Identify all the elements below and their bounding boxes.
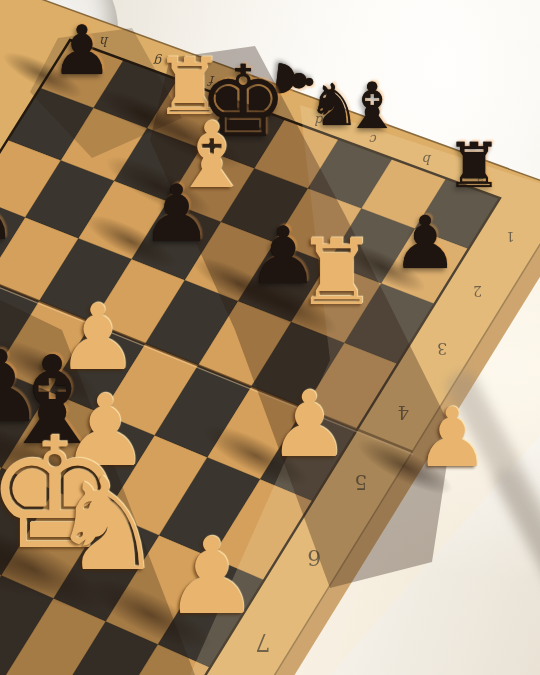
chess-board: hgfedcba12345678 [0,0,540,675]
photo-scene: hgfedcba12345678 ♟♟♜♞♝♚♝♜♟♟♟♟♜♟♟♝♟♟♟♚♞♟ [0,0,540,675]
